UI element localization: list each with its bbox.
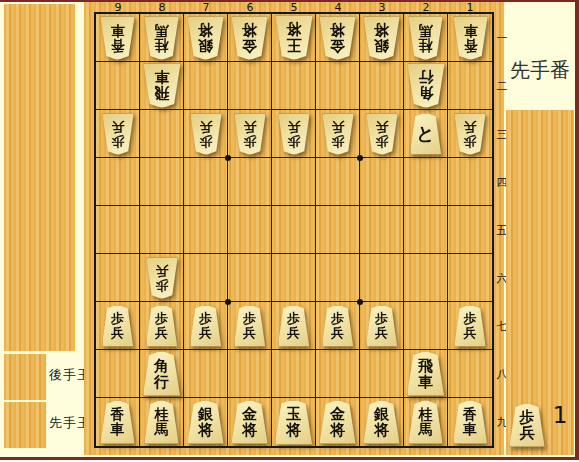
shogi-board[interactable]: 香車桂馬銀将金将王将金将銀将桂馬香車飛車角行歩兵歩兵歩兵歩兵歩兵歩兵と歩兵歩兵歩… (94, 12, 494, 448)
board-cell[interactable] (316, 206, 360, 254)
board-cell[interactable]: 歩兵 (360, 110, 404, 158)
shogi-piece[interactable]: 飛車 (143, 63, 181, 108)
piece-face: 歩兵 (366, 305, 398, 347)
shogi-piece[interactable]: 金将 (231, 400, 268, 444)
shogi-piece[interactable]: 銀将 (187, 16, 224, 60)
piece-face: 歩兵 (146, 257, 178, 299)
piece-face: 歩兵 (322, 305, 354, 347)
board-cell[interactable] (272, 62, 316, 110)
piece-face: 歩兵 (322, 113, 354, 155)
board-cell[interactable] (96, 350, 140, 398)
board-cell[interactable]: 角行 (404, 62, 448, 110)
shogi-piece[interactable]: 桂馬 (144, 16, 179, 60)
board-cell[interactable]: 玉将 (272, 398, 316, 446)
shogi-piece[interactable]: 歩兵 (366, 113, 398, 155)
piece-face: 歩兵 (190, 305, 222, 347)
shogi-piece[interactable]: 銀将 (363, 16, 400, 60)
board-cell[interactable] (404, 254, 448, 302)
shogi-piece[interactable]: 歩兵 (366, 305, 398, 347)
piece-face: 歩兵 (454, 113, 486, 155)
board-cell[interactable] (404, 206, 448, 254)
piece-face: 飛車 (143, 63, 181, 108)
board-cell[interactable] (360, 62, 404, 110)
shogi-piece[interactable]: 銀将 (363, 400, 400, 444)
board-cell[interactable] (96, 254, 140, 302)
board-cell[interactable] (404, 158, 448, 206)
shogi-piece[interactable]: 金将 (319, 16, 356, 60)
piece-face: 歩兵 (190, 113, 222, 155)
shogi-piece[interactable]: 歩兵 (322, 113, 354, 155)
shogi-piece[interactable]: と (410, 113, 442, 155)
piece-face: 歩兵 (278, 113, 310, 155)
piece-face: 香車 (453, 16, 488, 60)
piece-face: 金将 (319, 16, 356, 60)
board-cell[interactable]: 金将 (316, 398, 360, 446)
piece-face: 角行 (143, 351, 181, 396)
board-cell[interactable]: 飛車 (404, 350, 448, 398)
shogi-piece[interactable]: 角行 (143, 351, 181, 396)
shogi-piece[interactable]: 香車 (100, 400, 135, 444)
board-cell[interactable]: 歩兵 (184, 302, 228, 350)
piece-face: 歩兵 (102, 113, 134, 155)
board-cell[interactable]: 香車 (96, 14, 140, 62)
board-cell[interactable]: 銀将 (360, 398, 404, 446)
piece-face: 歩兵 (366, 113, 398, 155)
piece-face: と (410, 113, 442, 155)
board-cell[interactable] (316, 158, 360, 206)
piece-face: 金将 (231, 400, 268, 444)
shogi-piece[interactable]: 香車 (453, 400, 488, 444)
pawn-piece-face: 歩兵 (509, 403, 545, 447)
shogi-piece[interactable]: 香車 (100, 16, 135, 60)
board-cell[interactable]: 歩兵 (448, 110, 492, 158)
board-cell[interactable]: 歩兵 (96, 302, 140, 350)
board-cell[interactable]: 銀将 (184, 398, 228, 446)
board-cell[interactable] (184, 158, 228, 206)
board-cell[interactable]: 香車 (96, 398, 140, 446)
piece-face: 銀将 (187, 16, 224, 60)
piece-face: 歩兵 (102, 305, 134, 347)
piece-face: 歩兵 (146, 305, 178, 347)
piece-face: 歩兵 (454, 305, 486, 347)
board-cell[interactable]: 歩兵 (96, 110, 140, 158)
board-cell[interactable]: 王将 (272, 14, 316, 62)
board-cell[interactable]: 歩兵 (140, 302, 184, 350)
piece-face: 桂馬 (408, 16, 443, 60)
shogi-piece[interactable]: 王将 (275, 15, 313, 60)
board-cell[interactable] (360, 350, 404, 398)
board-cell[interactable]: 金将 (228, 398, 272, 446)
board-cell[interactable] (272, 206, 316, 254)
shogi-piece[interactable]: 金将 (319, 400, 356, 444)
board-cell[interactable]: と (404, 110, 448, 158)
board-cell[interactable]: 歩兵 (448, 302, 492, 350)
sente-king-button[interactable] (4, 402, 46, 448)
board-cell[interactable] (448, 158, 492, 206)
piece-face: 銀将 (363, 16, 400, 60)
piece-face: 王将 (275, 15, 313, 60)
board-cell[interactable]: 歩兵 (316, 110, 360, 158)
shogi-app-window: 後手玉 先手玉 987654321 一二三四五六七八九 香車桂馬銀将金将王将金将… (0, 0, 579, 462)
piece-face: 香車 (100, 400, 135, 444)
board-cell[interactable]: 歩兵 (360, 302, 404, 350)
piece-face: 銀将 (363, 400, 400, 444)
board-cell[interactable]: 桂馬 (404, 398, 448, 446)
hoshi-dot (225, 299, 231, 305)
shogi-piece[interactable]: 歩兵 (454, 113, 486, 155)
sente-hand-pawn-count: 1 (548, 402, 572, 428)
piece-face: 角行 (407, 63, 445, 108)
shogi-piece[interactable]: 歩兵 (190, 113, 222, 155)
board-cell[interactable] (96, 206, 140, 254)
board-cell[interactable] (96, 62, 140, 110)
board-cell[interactable] (228, 158, 272, 206)
board-cell[interactable] (360, 254, 404, 302)
sente-hand-stand[interactable]: 歩兵 1 (506, 110, 574, 455)
board-cell[interactable]: 金将 (316, 14, 360, 62)
piece-face: 玉将 (275, 400, 313, 445)
sente-hand-pawn[interactable]: 歩兵 (509, 403, 545, 447)
piece-face: 歩兵 (278, 305, 310, 347)
board-cell[interactable]: 歩兵 (228, 110, 272, 158)
shogi-piece[interactable]: 歩兵 (454, 305, 486, 347)
board-cell[interactable]: 桂馬 (140, 398, 184, 446)
board-cell[interactable]: 桂馬 (140, 14, 184, 62)
hoshi-dot (225, 155, 231, 161)
board-cell[interactable] (448, 350, 492, 398)
piece-face: 香車 (453, 400, 488, 444)
piece-face: 桂馬 (144, 400, 179, 444)
board-cell[interactable]: 飛車 (140, 62, 184, 110)
board-area: 987654321 一二三四五六七八九 香車桂馬銀将金将王将金将銀将桂馬香車飛車… (84, 2, 504, 455)
piece-face: 金将 (231, 16, 268, 60)
board-cell[interactable] (272, 254, 316, 302)
board-cell[interactable] (316, 62, 360, 110)
shogi-piece[interactable]: 歩兵 (190, 305, 222, 347)
gote-king-button[interactable] (4, 354, 46, 400)
board-cell[interactable] (140, 110, 184, 158)
board-cell[interactable]: 歩兵 (316, 302, 360, 350)
board-cell[interactable] (184, 206, 228, 254)
turn-indicator: 先手番 (504, 57, 576, 84)
board-cell[interactable]: 香車 (448, 398, 492, 446)
shogi-piece[interactable]: 歩兵 (234, 113, 266, 155)
board-cell[interactable]: 金将 (228, 14, 272, 62)
piece-face: 金将 (319, 400, 356, 444)
board-cell[interactable]: 角行 (140, 350, 184, 398)
board-cell[interactable] (272, 350, 316, 398)
shogi-piece[interactable]: 歩兵 (102, 113, 134, 155)
piece-face: 桂馬 (144, 16, 179, 60)
shogi-piece[interactable]: 歩兵 (146, 257, 178, 299)
board-cell[interactable]: 銀将 (184, 14, 228, 62)
shogi-piece[interactable]: 香車 (453, 16, 488, 60)
board-cell[interactable]: 桂馬 (404, 14, 448, 62)
piece-face: 香車 (100, 16, 135, 60)
shogi-piece[interactable]: 玉将 (275, 400, 313, 445)
board-cell[interactable] (228, 254, 272, 302)
board-cell[interactable] (228, 62, 272, 110)
gote-hand-stand[interactable] (4, 4, 75, 351)
board-cell[interactable] (448, 206, 492, 254)
board-cell[interactable] (184, 62, 228, 110)
board-cell[interactable] (184, 350, 228, 398)
board-cell[interactable] (360, 158, 404, 206)
board-cell[interactable] (96, 158, 140, 206)
board-cell[interactable] (360, 206, 404, 254)
piece-face: 歩兵 (234, 113, 266, 155)
board-cell[interactable]: 歩兵 (140, 254, 184, 302)
shogi-piece[interactable]: 桂馬 (408, 16, 443, 60)
hoshi-dot (357, 299, 363, 305)
board-cell[interactable] (228, 350, 272, 398)
board-cell[interactable] (272, 158, 316, 206)
board-cell[interactable] (316, 350, 360, 398)
shogi-piece[interactable]: 歩兵 (322, 305, 354, 347)
board-cell[interactable]: 香車 (448, 14, 492, 62)
board-cell[interactable] (140, 206, 184, 254)
shogi-piece[interactable]: 歩兵 (278, 305, 310, 347)
board-cell[interactable] (228, 206, 272, 254)
shogi-piece[interactable]: 歩兵 (278, 113, 310, 155)
board-cell[interactable] (316, 254, 360, 302)
piece-face: 桂馬 (408, 400, 443, 444)
shogi-piece[interactable]: 飛車 (407, 351, 445, 396)
board-cell[interactable] (448, 254, 492, 302)
shogi-piece[interactable]: 歩兵 (234, 305, 266, 347)
board-cell[interactable]: 歩兵 (272, 110, 316, 158)
rank-label: 一 (495, 14, 509, 62)
shogi-piece[interactable]: 桂馬 (144, 400, 179, 444)
shogi-piece[interactable]: 角行 (407, 63, 445, 108)
window-border-right (575, 0, 579, 460)
shogi-piece[interactable]: 歩兵 (102, 305, 134, 347)
shogi-piece[interactable]: 金将 (231, 16, 268, 60)
board-cell[interactable] (184, 254, 228, 302)
shogi-piece[interactable]: 銀将 (187, 400, 224, 444)
board-cell[interactable] (404, 302, 448, 350)
shogi-piece[interactable]: 歩兵 (146, 305, 178, 347)
board-cell[interactable] (140, 158, 184, 206)
board-cell[interactable]: 銀将 (360, 14, 404, 62)
board-cell[interactable]: 歩兵 (228, 302, 272, 350)
shogi-piece[interactable]: 桂馬 (408, 400, 443, 444)
piece-face: 飛車 (407, 351, 445, 396)
board-cell[interactable]: 歩兵 (184, 110, 228, 158)
piece-face: 銀将 (187, 400, 224, 444)
board-cell[interactable]: 歩兵 (272, 302, 316, 350)
board-cell[interactable] (448, 62, 492, 110)
hoshi-dot (357, 155, 363, 161)
piece-face: 歩兵 (234, 305, 266, 347)
